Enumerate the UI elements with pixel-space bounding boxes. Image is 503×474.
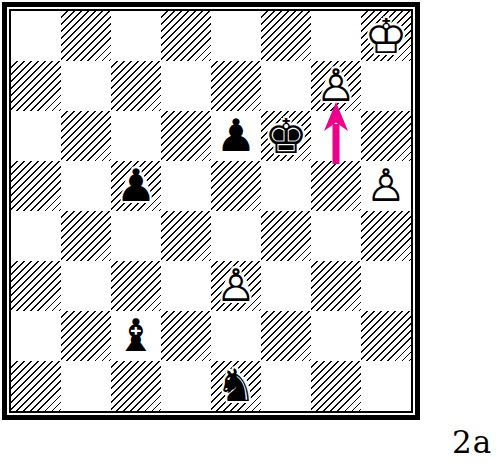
square-c2: ♝ [111,311,161,361]
chess-board: ♔♙♟♚♟♙♙♝♞ [9,9,413,413]
square-g1 [311,361,361,411]
square-e5 [211,161,261,211]
square-h5: ♙ [361,161,411,211]
piece-white-pawn-h5: ♙ [361,161,411,211]
piece-black-pawn-c5: ♟ [111,161,161,211]
piece-white-king-h8: ♔ [361,11,411,61]
square-a1 [11,361,61,411]
square-e3: ♙ [211,261,261,311]
square-f1 [261,361,311,411]
square-e4 [211,211,261,261]
square-b2 [61,311,111,361]
square-g5 [311,161,361,211]
square-c6 [111,111,161,161]
square-c3 [111,261,161,311]
square-c5: ♟ [111,161,161,211]
square-b3 [61,261,111,311]
square-h7 [361,61,411,111]
square-b8 [61,11,111,61]
piece-black-bishop-c2: ♝ [111,311,161,361]
square-b7 [61,61,111,111]
square-a5 [11,161,61,211]
piece-black-knight-e1: ♞ [211,361,261,411]
square-e6: ♟ [211,111,261,161]
square-c1 [111,361,161,411]
chess-diagram: ♔♙♟♚♟♙♙♝♞ 2a [0,0,503,474]
square-d8 [161,11,211,61]
square-b4 [61,211,111,261]
piece-white-pawn-e3: ♙ [211,261,261,311]
square-b6 [61,111,111,161]
square-e7 [211,61,261,111]
square-g7: ♙ [311,61,361,111]
square-c4 [111,211,161,261]
square-f3 [261,261,311,311]
square-a2 [11,311,61,361]
square-c7 [111,61,161,111]
square-h3 [361,261,411,311]
square-d2 [161,311,211,361]
square-d6 [161,111,211,161]
square-a4 [11,211,61,261]
square-h8: ♔ [361,11,411,61]
square-f8 [261,11,311,61]
square-e8 [211,11,261,61]
square-d3 [161,261,211,311]
piece-black-pawn-e6: ♟ [211,111,261,161]
square-a7 [11,61,61,111]
square-d7 [161,61,211,111]
square-g2 [311,311,361,361]
square-b1 [61,361,111,411]
figure-label: 2a [452,424,502,460]
square-f6: ♚ [261,111,311,161]
square-d4 [161,211,211,261]
square-f7 [261,61,311,111]
square-a3 [11,261,61,311]
square-e1: ♞ [211,361,261,411]
chess-board-frame: ♔♙♟♚♟♙♙♝♞ [2,2,420,420]
square-h1 [361,361,411,411]
square-h2 [361,311,411,361]
square-c8 [111,11,161,61]
square-h4 [361,211,411,261]
square-g6 [311,111,361,161]
piece-black-king-f6: ♚ [261,111,311,161]
square-a6 [11,111,61,161]
square-f2 [261,311,311,361]
piece-white-pawn-g7: ♙ [311,61,361,111]
square-f5 [261,161,311,211]
square-f4 [261,211,311,261]
square-g3 [311,261,361,311]
square-h6 [361,111,411,161]
square-a8 [11,11,61,61]
square-g8 [311,11,361,61]
square-d5 [161,161,211,211]
square-d1 [161,361,211,411]
square-g4 [311,211,361,261]
square-e2 [211,311,261,361]
square-b5 [61,161,111,211]
